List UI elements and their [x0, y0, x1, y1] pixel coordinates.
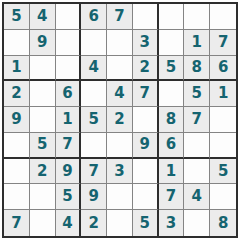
cell-r9c4: 2 — [81, 210, 107, 236]
cell-r4c6: 7 — [133, 81, 159, 107]
cell-r1c4: 6 — [81, 4, 107, 30]
cell-r9c5[interactable] — [107, 210, 133, 236]
cell-r4c1: 2 — [4, 81, 30, 107]
cell-r6c2: 5 — [30, 133, 56, 159]
cell-r1c7[interactable] — [159, 4, 185, 30]
cell-r5c3: 1 — [56, 107, 82, 133]
cell-r5c9[interactable] — [210, 107, 236, 133]
sudoku-board: 5467931714258626475191528757962973155974… — [2, 2, 238, 238]
cell-r6c4[interactable] — [81, 133, 107, 159]
cell-r2c5[interactable] — [107, 30, 133, 56]
cell-r2c6: 3 — [133, 30, 159, 56]
cell-r2c7[interactable] — [159, 30, 185, 56]
cell-r4c9: 1 — [210, 81, 236, 107]
cell-r9c1: 7 — [4, 210, 30, 236]
cell-r5c2[interactable] — [30, 107, 56, 133]
cell-r1c2: 4 — [30, 4, 56, 30]
cell-r1c3[interactable] — [56, 4, 82, 30]
cell-r3c7: 5 — [159, 56, 185, 82]
cell-r1c1: 5 — [4, 4, 30, 30]
cell-r6c8[interactable] — [184, 133, 210, 159]
cell-r7c4: 7 — [81, 159, 107, 185]
cell-r6c7: 6 — [159, 133, 185, 159]
cell-r5c5: 2 — [107, 107, 133, 133]
cell-r8c7: 7 — [159, 184, 185, 210]
cell-r6c1[interactable] — [4, 133, 30, 159]
cell-r9c3: 4 — [56, 210, 82, 236]
cell-r3c4: 4 — [81, 56, 107, 82]
cell-r8c1[interactable] — [4, 184, 30, 210]
cell-r9c8[interactable] — [184, 210, 210, 236]
cell-r8c6[interactable] — [133, 184, 159, 210]
cell-r7c7: 1 — [159, 159, 185, 185]
cell-r8c4: 9 — [81, 184, 107, 210]
cell-r3c9: 6 — [210, 56, 236, 82]
cell-r7c8[interactable] — [184, 159, 210, 185]
cell-r3c1: 1 — [4, 56, 30, 82]
cell-r6c6: 9 — [133, 133, 159, 159]
cell-r4c5: 4 — [107, 81, 133, 107]
cell-r3c6: 2 — [133, 56, 159, 82]
cell-r9c6: 5 — [133, 210, 159, 236]
cell-r7c6[interactable] — [133, 159, 159, 185]
cell-r7c3: 9 — [56, 159, 82, 185]
cell-r9c9: 8 — [210, 210, 236, 236]
cell-r2c4[interactable] — [81, 30, 107, 56]
cell-r6c9[interactable] — [210, 133, 236, 159]
cell-r7c9: 5 — [210, 159, 236, 185]
cell-r2c8: 1 — [184, 30, 210, 56]
cell-r4c3: 6 — [56, 81, 82, 107]
cell-r8c2[interactable] — [30, 184, 56, 210]
cell-r3c2[interactable] — [30, 56, 56, 82]
cell-r8c3: 5 — [56, 184, 82, 210]
cell-r1c6[interactable] — [133, 4, 159, 30]
cell-r9c2[interactable] — [30, 210, 56, 236]
cell-r1c8[interactable] — [184, 4, 210, 30]
cell-r5c7: 8 — [159, 107, 185, 133]
sudoku-page: 5467931714258626475191528757962973155974… — [0, 0, 240, 240]
cell-r2c3[interactable] — [56, 30, 82, 56]
cell-r8c5[interactable] — [107, 184, 133, 210]
cell-r6c5[interactable] — [107, 133, 133, 159]
cell-r8c8: 4 — [184, 184, 210, 210]
cell-r7c5: 3 — [107, 159, 133, 185]
cell-r1c9[interactable] — [210, 4, 236, 30]
cell-r4c2[interactable] — [30, 81, 56, 107]
cell-r4c4[interactable] — [81, 81, 107, 107]
cell-r2c2: 9 — [30, 30, 56, 56]
cell-r3c3[interactable] — [56, 56, 82, 82]
cell-r1c5: 7 — [107, 4, 133, 30]
cell-r2c1[interactable] — [4, 30, 30, 56]
cell-r5c8: 7 — [184, 107, 210, 133]
cell-r7c1[interactable] — [4, 159, 30, 185]
cell-r8c9[interactable] — [210, 184, 236, 210]
cell-r5c1: 9 — [4, 107, 30, 133]
cell-r5c6[interactable] — [133, 107, 159, 133]
cell-r2c9: 7 — [210, 30, 236, 56]
cell-r4c7[interactable] — [159, 81, 185, 107]
cell-r9c7: 3 — [159, 210, 185, 236]
cell-r3c8: 8 — [184, 56, 210, 82]
cell-r3c5[interactable] — [107, 56, 133, 82]
cell-r7c2: 2 — [30, 159, 56, 185]
cell-r4c8: 5 — [184, 81, 210, 107]
cell-r5c4: 5 — [81, 107, 107, 133]
cell-r6c3: 7 — [56, 133, 82, 159]
